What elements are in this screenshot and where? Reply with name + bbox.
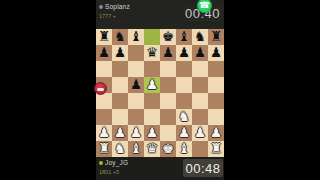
piece-black-rook: ♜ [96,29,112,45]
square-e2[interactable] [160,125,176,141]
square-e4[interactable] [160,93,176,109]
screenshot-stage: Soplanz 1777 + 00:40 ♜♞♝♚♝♞♜♟♟♛♟♟♟♟♟♟♞♟♟… [0,0,320,180]
square-b8[interactable]: ♞ [112,29,128,45]
square-h6[interactable] [208,61,224,77]
top-player-info: Soplanz [99,3,130,10]
bottom-player-clock-panel: 00:48 [183,159,223,177]
piece-white-pawn: ♟ [112,125,128,141]
piece-white-rook: ♜ [96,141,112,157]
square-d5[interactable]: ♟ [144,77,160,93]
square-a6[interactable] [96,61,112,77]
square-c7[interactable] [128,45,144,61]
piece-black-knight: ♞ [112,29,128,45]
square-h4[interactable] [208,93,224,109]
square-b3[interactable] [112,109,128,125]
square-d3[interactable] [144,109,160,125]
piece-black-rook: ♜ [208,29,224,45]
square-b5[interactable] [112,77,128,93]
piece-black-pawn: ♟ [128,77,144,93]
square-g8[interactable]: ♞ [192,29,208,45]
square-f8[interactable]: ♝ [176,29,192,45]
square-c6[interactable] [128,61,144,77]
square-f6[interactable] [176,61,192,77]
piece-white-pawn: ♟ [144,77,160,93]
square-c4[interactable] [128,93,144,109]
top-player-name: Soplanz [105,3,130,10]
piece-white-bishop: ♝ [176,141,192,157]
top-player-status-dot [99,5,103,9]
square-g6[interactable] [192,61,208,77]
bottom-player-info: Joy_JG [99,159,128,166]
piece-white-pawn: ♟ [208,125,224,141]
piece-black-pawn: ♟ [192,45,208,61]
piece-black-pawn: ♟ [176,45,192,61]
square-g2[interactable]: ♟ [192,125,208,141]
piece-white-rook: ♜ [208,141,224,157]
square-f2[interactable]: ♟ [176,125,192,141]
square-a2[interactable]: ♟ [96,125,112,141]
square-c2[interactable]: ♟ [128,125,144,141]
square-h5[interactable] [208,77,224,93]
bottom-player-clock: 00:48 [185,161,220,176]
piece-black-pawn: ♟ [112,45,128,61]
square-a7[interactable]: ♟ [96,45,112,61]
square-e8[interactable]: ♚ [160,29,176,45]
square-g7[interactable]: ♟ [192,45,208,61]
chess-board: ♜♞♝♚♝♞♜♟♟♛♟♟♟♟♟♟♞♟♟♟♟♟♟♟♜♞♝♛♚♝♜ [96,29,224,157]
piece-black-bishop: ♝ [128,29,144,45]
square-f5[interactable] [176,77,192,93]
square-e3[interactable] [160,109,176,125]
square-h8[interactable]: ♜ [208,29,224,45]
phone-icon: ☎ [199,1,210,10]
screen-recorder-overlay-icon[interactable] [94,82,107,95]
app-content: Soplanz 1777 + 00:40 ♜♞♝♚♝♞♜♟♟♛♟♟♟♟♟♟♞♟♟… [96,0,224,180]
square-h3[interactable] [208,109,224,125]
square-g3[interactable] [192,109,208,125]
piece-black-pawn: ♟ [96,45,112,61]
square-e6[interactable] [160,61,176,77]
square-a8[interactable]: ♜ [96,29,112,45]
square-c3[interactable] [128,109,144,125]
piece-black-pawn: ♟ [208,45,224,61]
piece-white-pawn: ♟ [176,125,192,141]
square-d4[interactable] [144,93,160,109]
square-f1[interactable]: ♝ [176,141,192,157]
square-a4[interactable] [96,93,112,109]
square-f7[interactable]: ♟ [176,45,192,61]
square-b6[interactable] [112,61,128,77]
square-c8[interactable]: ♝ [128,29,144,45]
square-h1[interactable]: ♜ [208,141,224,157]
square-h2[interactable]: ♟ [208,125,224,141]
piece-white-queen: ♛ [144,141,160,157]
bottom-player-name: Joy_JG [105,159,128,166]
square-d1[interactable]: ♛ [144,141,160,157]
square-e5[interactable] [160,77,176,93]
piece-white-king: ♚ [160,141,176,157]
bottom-player-bar: Joy_JG 1801 +5 00:48 [96,157,224,180]
piece-white-pawn: ♟ [96,125,112,141]
square-b2[interactable]: ♟ [112,125,128,141]
square-g4[interactable] [192,93,208,109]
piece-black-king: ♚ [160,29,176,45]
square-d8[interactable] [144,29,160,45]
piece-black-knight: ♞ [192,29,208,45]
piece-white-pawn: ♟ [144,125,160,141]
square-a3[interactable] [96,109,112,125]
square-f3[interactable]: ♞ [176,109,192,125]
square-b1[interactable]: ♞ [112,141,128,157]
square-b4[interactable] [112,93,128,109]
piece-white-bishop: ♝ [128,141,144,157]
square-e1[interactable]: ♚ [160,141,176,157]
piece-black-pawn: ♟ [160,45,176,61]
square-c5[interactable]: ♟ [128,77,144,93]
piece-white-knight: ♞ [112,141,128,157]
top-player-rating: 1777 + [99,13,116,19]
square-c1[interactable]: ♝ [128,141,144,157]
piece-black-bishop: ♝ [176,29,192,45]
piece-white-pawn: ♟ [128,125,144,141]
square-b7[interactable]: ♟ [112,45,128,61]
square-h7[interactable]: ♟ [208,45,224,61]
piece-black-queen: ♛ [144,45,160,61]
square-d2[interactable]: ♟ [144,125,160,141]
square-g1[interactable] [192,141,208,157]
square-a1[interactable]: ♜ [96,141,112,157]
square-d6[interactable] [144,61,160,77]
square-d7[interactable]: ♛ [144,45,160,61]
piece-white-knight: ♞ [176,109,192,125]
square-f4[interactable] [176,93,192,109]
bottom-player-rating: 1801 +5 [99,169,119,175]
bottom-player-status-dot [99,161,103,165]
piece-white-pawn: ♟ [192,125,208,141]
square-e7[interactable]: ♟ [160,45,176,61]
recorder-badge-band [97,88,104,91]
square-g5[interactable] [192,77,208,93]
